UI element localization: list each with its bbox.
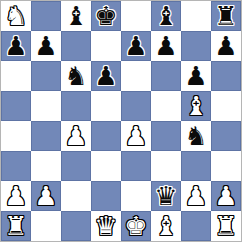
white-rook[interactable]: ♜ bbox=[4, 211, 27, 241]
square-a1[interactable]: ♜ bbox=[1, 211, 31, 241]
black-bishop[interactable]: ♝ bbox=[64, 1, 87, 31]
square-d5[interactable] bbox=[91, 91, 121, 121]
square-h2[interactable]: ♟ bbox=[211, 181, 241, 211]
square-e2[interactable] bbox=[121, 181, 151, 211]
black-pawn[interactable]: ♟ bbox=[94, 61, 117, 91]
white-pawn[interactable]: ♟ bbox=[184, 181, 207, 211]
black-rook[interactable]: ♜ bbox=[214, 1, 237, 31]
square-g4[interactable]: ♞ bbox=[181, 121, 211, 151]
square-a8[interactable]: ♞ bbox=[1, 1, 31, 31]
square-d4[interactable] bbox=[91, 121, 121, 151]
white-pawn[interactable]: ♟ bbox=[34, 181, 57, 211]
white-bishop[interactable]: ♝ bbox=[184, 91, 207, 121]
square-c3[interactable] bbox=[61, 151, 91, 181]
square-b6[interactable] bbox=[31, 61, 61, 91]
square-g8[interactable] bbox=[181, 1, 211, 31]
square-g1[interactable] bbox=[181, 211, 211, 241]
square-e7[interactable]: ♟ bbox=[121, 31, 151, 61]
square-a7[interactable]: ♟ bbox=[1, 31, 31, 61]
square-b4[interactable] bbox=[31, 121, 61, 151]
white-bishop[interactable]: ♝ bbox=[154, 211, 177, 241]
white-pawn[interactable]: ♟ bbox=[64, 121, 87, 151]
black-pawn[interactable]: ♟ bbox=[124, 31, 147, 61]
black-queen[interactable]: ♛ bbox=[154, 181, 177, 211]
square-f1[interactable]: ♝ bbox=[151, 211, 181, 241]
square-e3[interactable] bbox=[121, 151, 151, 181]
chess-board: ♞♝♚♝♜♟♟♟♟♟♞♟♟♝♟♟♞♟♟♛♟♟♜♛♚♝♜ bbox=[1, 1, 241, 241]
black-pawn[interactable]: ♟ bbox=[184, 61, 207, 91]
square-e4[interactable]: ♟ bbox=[121, 121, 151, 151]
black-pawn[interactable]: ♟ bbox=[214, 31, 237, 61]
square-a3[interactable] bbox=[1, 151, 31, 181]
square-f5[interactable] bbox=[151, 91, 181, 121]
square-h8[interactable]: ♜ bbox=[211, 1, 241, 31]
square-c2[interactable] bbox=[61, 181, 91, 211]
square-g3[interactable] bbox=[181, 151, 211, 181]
square-h3[interactable] bbox=[211, 151, 241, 181]
square-d6[interactable]: ♟ bbox=[91, 61, 121, 91]
chess-board-frame: ♞♝♚♝♜♟♟♟♟♟♞♟♟♝♟♟♞♟♟♛♟♟♜♛♚♝♜ bbox=[0, 0, 242, 242]
square-a2[interactable]: ♟ bbox=[1, 181, 31, 211]
white-pawn[interactable]: ♟ bbox=[214, 181, 237, 211]
square-a5[interactable] bbox=[1, 91, 31, 121]
square-c6[interactable]: ♞ bbox=[61, 61, 91, 91]
square-b5[interactable] bbox=[31, 91, 61, 121]
black-bishop[interactable]: ♝ bbox=[154, 1, 177, 31]
black-pawn[interactable]: ♟ bbox=[4, 31, 27, 61]
square-h5[interactable] bbox=[211, 91, 241, 121]
square-b2[interactable]: ♟ bbox=[31, 181, 61, 211]
white-knight[interactable]: ♞ bbox=[4, 1, 27, 31]
white-pawn[interactable]: ♟ bbox=[124, 121, 147, 151]
square-c4[interactable]: ♟ bbox=[61, 121, 91, 151]
square-b8[interactable] bbox=[31, 1, 61, 31]
square-e8[interactable] bbox=[121, 1, 151, 31]
black-king[interactable]: ♚ bbox=[94, 1, 117, 31]
square-f6[interactable] bbox=[151, 61, 181, 91]
white-king[interactable]: ♚ bbox=[124, 211, 147, 241]
square-e1[interactable]: ♚ bbox=[121, 211, 151, 241]
square-c7[interactable] bbox=[61, 31, 91, 61]
square-e6[interactable] bbox=[121, 61, 151, 91]
square-g6[interactable]: ♟ bbox=[181, 61, 211, 91]
square-g5[interactable]: ♝ bbox=[181, 91, 211, 121]
square-h7[interactable]: ♟ bbox=[211, 31, 241, 61]
square-a6[interactable] bbox=[1, 61, 31, 91]
square-d2[interactable] bbox=[91, 181, 121, 211]
square-b3[interactable] bbox=[31, 151, 61, 181]
square-d1[interactable]: ♛ bbox=[91, 211, 121, 241]
black-pawn[interactable]: ♟ bbox=[34, 31, 57, 61]
black-pawn[interactable]: ♟ bbox=[154, 31, 177, 61]
square-f8[interactable]: ♝ bbox=[151, 1, 181, 31]
square-c8[interactable]: ♝ bbox=[61, 1, 91, 31]
square-f3[interactable] bbox=[151, 151, 181, 181]
square-g7[interactable] bbox=[181, 31, 211, 61]
square-a4[interactable] bbox=[1, 121, 31, 151]
square-b7[interactable]: ♟ bbox=[31, 31, 61, 61]
square-f2[interactable]: ♛ bbox=[151, 181, 181, 211]
square-e5[interactable] bbox=[121, 91, 151, 121]
square-d3[interactable] bbox=[91, 151, 121, 181]
square-h4[interactable] bbox=[211, 121, 241, 151]
black-knight[interactable]: ♞ bbox=[64, 61, 87, 91]
square-b1[interactable] bbox=[31, 211, 61, 241]
white-rook[interactable]: ♜ bbox=[214, 211, 237, 241]
square-h1[interactable]: ♜ bbox=[211, 211, 241, 241]
square-d8[interactable]: ♚ bbox=[91, 1, 121, 31]
white-pawn[interactable]: ♟ bbox=[4, 181, 27, 211]
square-h6[interactable] bbox=[211, 61, 241, 91]
square-g2[interactable]: ♟ bbox=[181, 181, 211, 211]
square-d7[interactable] bbox=[91, 31, 121, 61]
square-c5[interactable] bbox=[61, 91, 91, 121]
square-c1[interactable] bbox=[61, 211, 91, 241]
square-f7[interactable]: ♟ bbox=[151, 31, 181, 61]
black-knight[interactable]: ♞ bbox=[184, 121, 207, 151]
white-queen[interactable]: ♛ bbox=[94, 211, 117, 241]
square-f4[interactable] bbox=[151, 121, 181, 151]
